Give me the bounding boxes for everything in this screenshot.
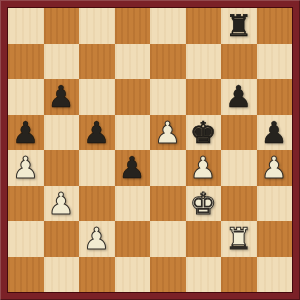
- square-e5[interactable]: ♟: [150, 115, 186, 151]
- white-pawn-b3: ♟: [44, 186, 80, 222]
- square-b4[interactable]: [44, 150, 80, 186]
- square-d6[interactable]: [115, 79, 151, 115]
- square-g3[interactable]: [221, 186, 257, 222]
- white-pawn-f4: ♟: [186, 150, 222, 186]
- square-h7[interactable]: [257, 44, 293, 80]
- square-a1[interactable]: [8, 257, 44, 293]
- square-c3[interactable]: [79, 186, 115, 222]
- black-pawn-c5: ♟: [79, 115, 115, 151]
- square-d2[interactable]: [115, 221, 151, 257]
- square-f3[interactable]: ♚: [186, 186, 222, 222]
- square-h5[interactable]: ♟: [257, 115, 293, 151]
- square-b3[interactable]: ♟: [44, 186, 80, 222]
- square-c2[interactable]: ♟: [79, 221, 115, 257]
- white-pawn-a4: ♟: [8, 150, 44, 186]
- square-f1[interactable]: [186, 257, 222, 293]
- square-c4[interactable]: [79, 150, 115, 186]
- square-g7[interactable]: [221, 44, 257, 80]
- square-a3[interactable]: [8, 186, 44, 222]
- square-b8[interactable]: [44, 8, 80, 44]
- black-pawn-b6: ♟: [44, 79, 80, 115]
- square-h2[interactable]: [257, 221, 293, 257]
- square-e8[interactable]: [150, 8, 186, 44]
- black-rook-g8: ♜: [221, 8, 257, 44]
- square-e1[interactable]: [150, 257, 186, 293]
- square-g1[interactable]: [221, 257, 257, 293]
- square-h4[interactable]: ♟: [257, 150, 293, 186]
- square-c7[interactable]: [79, 44, 115, 80]
- square-g5[interactable]: [221, 115, 257, 151]
- square-e2[interactable]: [150, 221, 186, 257]
- square-b2[interactable]: [44, 221, 80, 257]
- square-h1[interactable]: [257, 257, 293, 293]
- board-frame: ♜♟♟♟♟♟♚♟♟♟♟♟♟♚♟♜: [0, 0, 300, 300]
- square-f6[interactable]: [186, 79, 222, 115]
- white-pawn-e5: ♟: [150, 115, 186, 151]
- square-b1[interactable]: [44, 257, 80, 293]
- black-pawn-d4: ♟: [115, 150, 151, 186]
- square-b6[interactable]: ♟: [44, 79, 80, 115]
- square-a4[interactable]: ♟: [8, 150, 44, 186]
- square-g6[interactable]: ♟: [221, 79, 257, 115]
- square-e7[interactable]: [150, 44, 186, 80]
- square-b5[interactable]: [44, 115, 80, 151]
- square-a7[interactable]: [8, 44, 44, 80]
- chess-board: ♜♟♟♟♟♟♚♟♟♟♟♟♟♚♟♜: [7, 7, 293, 293]
- square-h6[interactable]: [257, 79, 293, 115]
- square-d8[interactable]: [115, 8, 151, 44]
- square-d5[interactable]: [115, 115, 151, 151]
- black-pawn-a5: ♟: [8, 115, 44, 151]
- square-b7[interactable]: [44, 44, 80, 80]
- square-d4[interactable]: ♟: [115, 150, 151, 186]
- square-c8[interactable]: [79, 8, 115, 44]
- square-e3[interactable]: [150, 186, 186, 222]
- square-e6[interactable]: [150, 79, 186, 115]
- black-pawn-h5: ♟: [257, 115, 293, 151]
- square-c1[interactable]: [79, 257, 115, 293]
- square-a8[interactable]: [8, 8, 44, 44]
- white-pawn-c2: ♟: [79, 221, 115, 257]
- square-f5[interactable]: ♚: [186, 115, 222, 151]
- square-a2[interactable]: [8, 221, 44, 257]
- square-a6[interactable]: [8, 79, 44, 115]
- square-f7[interactable]: [186, 44, 222, 80]
- square-c6[interactable]: [79, 79, 115, 115]
- white-rook-g2: ♜: [221, 221, 257, 257]
- square-d7[interactable]: [115, 44, 151, 80]
- square-a5[interactable]: ♟: [8, 115, 44, 151]
- black-pawn-g6: ♟: [221, 79, 257, 115]
- square-d3[interactable]: [115, 186, 151, 222]
- black-king-f5: ♚: [186, 115, 222, 151]
- square-e4[interactable]: [150, 150, 186, 186]
- square-d1[interactable]: [115, 257, 151, 293]
- square-g4[interactable]: [221, 150, 257, 186]
- square-h8[interactable]: [257, 8, 293, 44]
- square-f4[interactable]: ♟: [186, 150, 222, 186]
- square-g2[interactable]: ♜: [221, 221, 257, 257]
- square-h3[interactable]: [257, 186, 293, 222]
- square-c5[interactable]: ♟: [79, 115, 115, 151]
- square-g8[interactable]: ♜: [221, 8, 257, 44]
- square-f2[interactable]: [186, 221, 222, 257]
- white-pawn-h4: ♟: [257, 150, 293, 186]
- white-king-f3: ♚: [186, 186, 222, 222]
- square-f8[interactable]: [186, 8, 222, 44]
